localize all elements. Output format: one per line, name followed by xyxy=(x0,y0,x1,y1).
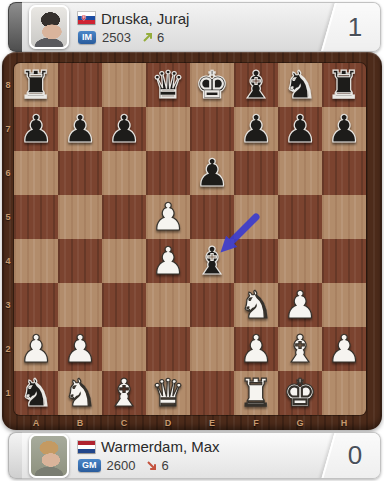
black-rook[interactable]: ♜ xyxy=(19,63,53,107)
black-bishop[interactable]: ♝ xyxy=(239,63,273,107)
square-c2[interactable] xyxy=(102,327,146,371)
file-label-G: G xyxy=(278,415,322,430)
black-pawn[interactable]: ♟ xyxy=(107,107,141,151)
rank-label-5: 5 xyxy=(2,195,14,239)
square-f5[interactable] xyxy=(234,195,278,239)
square-h6[interactable] xyxy=(322,151,366,195)
square-a4[interactable] xyxy=(14,239,58,283)
square-c3[interactable] xyxy=(102,283,146,327)
square-h8[interactable]: ♜ xyxy=(322,63,366,107)
file-label-H: H xyxy=(322,415,366,430)
file-label-B: B xyxy=(58,415,102,430)
square-d6[interactable] xyxy=(146,151,190,195)
black-pawn[interactable]: ♟ xyxy=(195,151,229,195)
square-b2[interactable]: ♟ xyxy=(58,327,102,371)
file-label-F: F xyxy=(234,415,278,430)
rating-down-arrow-icon xyxy=(146,460,158,472)
square-g1[interactable]: ♚ xyxy=(278,371,322,415)
black-pawn[interactable]: ♟ xyxy=(63,107,97,151)
white-king[interactable]: ♚ xyxy=(283,371,317,415)
square-e4[interactable]: ♝ xyxy=(190,239,234,283)
square-e6[interactable]: ♟ xyxy=(190,151,234,195)
scorebox-bottom: 0 xyxy=(316,433,380,478)
rating-top: 2503 xyxy=(102,30,131,45)
player-photo-top xyxy=(29,5,69,49)
rank-label-6: 6 xyxy=(2,151,14,195)
square-a5[interactable] xyxy=(14,195,58,239)
rating-delta-top: 6 xyxy=(157,30,164,45)
square-g5[interactable] xyxy=(278,195,322,239)
square-h2[interactable]: ♟ xyxy=(322,327,366,371)
square-g3[interactable]: ♟ xyxy=(278,283,322,327)
rank-label-7: 7 xyxy=(2,107,14,151)
square-c6[interactable] xyxy=(102,151,146,195)
player-bar-bottom: Warmerdam, Max GM 2600 6 0 xyxy=(8,432,381,479)
file-coordinates: ABCDEFGH xyxy=(14,415,366,430)
square-g6[interactable] xyxy=(278,151,322,195)
square-e3[interactable] xyxy=(190,283,234,327)
slovakia-flag-icon xyxy=(78,12,95,24)
square-b5[interactable] xyxy=(58,195,102,239)
square-g2[interactable]: ♝ xyxy=(278,327,322,371)
square-c4[interactable] xyxy=(102,239,146,283)
square-f1[interactable]: ♜ xyxy=(234,371,278,415)
square-g8[interactable]: ♞ xyxy=(278,63,322,107)
black-queen[interactable]: ♛ xyxy=(151,63,185,107)
player-bar-top-main: Druska, Juraj IM 2503 6 1 xyxy=(22,2,381,52)
black-pawn[interactable]: ♟ xyxy=(19,107,53,151)
square-b1[interactable]: ♞ xyxy=(58,371,102,415)
chess-board[interactable]: 87654321 ♜♛♚♝♞♜♟♟♟♟♟♟♟♟♟♝♞♟♟♟♟♝♟♞♞♝♛♜♚ A… xyxy=(2,52,382,430)
file-label-C: C xyxy=(102,415,146,430)
square-d8[interactable]: ♛ xyxy=(146,63,190,107)
square-d7[interactable] xyxy=(146,107,190,151)
square-e5[interactable] xyxy=(190,195,234,239)
square-d4[interactable]: ♟ xyxy=(146,239,190,283)
file-label-D: D xyxy=(146,415,190,430)
rank-label-4: 4 xyxy=(2,239,14,283)
black-pawn[interactable]: ♟ xyxy=(239,107,273,151)
square-g7[interactable]: ♟ xyxy=(278,107,322,151)
square-e2[interactable] xyxy=(190,327,234,371)
white-color-indicator xyxy=(8,432,22,479)
score-bottom: 0 xyxy=(316,433,380,478)
square-f3[interactable]: ♞ xyxy=(234,283,278,327)
square-e1[interactable] xyxy=(190,371,234,415)
white-bishop[interactable]: ♝ xyxy=(107,371,141,415)
black-pawn[interactable]: ♟ xyxy=(327,107,361,151)
black-rook[interactable]: ♜ xyxy=(327,63,361,107)
player-info-top: Druska, Juraj IM 2503 6 xyxy=(78,10,189,45)
title-badge-top: IM xyxy=(78,31,96,44)
square-e8[interactable]: ♚ xyxy=(190,63,234,107)
black-pawn[interactable]: ♟ xyxy=(283,107,317,151)
white-queen[interactable]: ♛ xyxy=(151,371,185,415)
player-bar-top: Druska, Juraj IM 2503 6 1 xyxy=(8,2,381,52)
white-pawn[interactable]: ♟ xyxy=(327,327,361,371)
rating-bottom: 2600 xyxy=(107,458,136,473)
square-a6[interactable] xyxy=(14,151,58,195)
square-b4[interactable] xyxy=(58,239,102,283)
square-a1[interactable]: ♞ xyxy=(14,371,58,415)
file-label-A: A xyxy=(14,415,58,430)
player-photo-bottom xyxy=(29,434,69,478)
white-knight[interactable]: ♞ xyxy=(63,371,97,415)
square-h3[interactable] xyxy=(322,283,366,327)
white-rook[interactable]: ♜ xyxy=(239,371,273,415)
black-knight[interactable]: ♞ xyxy=(19,371,53,415)
white-bishop[interactable]: ♝ xyxy=(283,327,317,371)
rating-up-arrow-icon xyxy=(142,31,154,43)
white-knight[interactable]: ♞ xyxy=(239,283,273,327)
square-d5[interactable]: ♟ xyxy=(146,195,190,239)
square-d2[interactable] xyxy=(146,327,190,371)
square-e7[interactable] xyxy=(190,107,234,151)
square-a3[interactable] xyxy=(14,283,58,327)
white-pawn[interactable]: ♟ xyxy=(151,239,185,283)
black-bishop[interactable]: ♝ xyxy=(195,239,229,283)
rank-label-2: 2 xyxy=(2,327,14,371)
rank-coordinates: 87654321 xyxy=(2,63,14,415)
square-h7[interactable]: ♟ xyxy=(322,107,366,151)
white-pawn[interactable]: ♟ xyxy=(283,283,317,327)
square-c8[interactable] xyxy=(102,63,146,107)
player-bar-bottom-main: Warmerdam, Max GM 2600 6 0 xyxy=(22,432,381,479)
square-f7[interactable]: ♟ xyxy=(234,107,278,151)
square-g4[interactable] xyxy=(278,239,322,283)
square-c7[interactable]: ♟ xyxy=(102,107,146,151)
square-b7[interactable]: ♟ xyxy=(58,107,102,151)
player-info-bottom: Warmerdam, Max GM 2600 6 xyxy=(78,438,220,473)
square-d3[interactable] xyxy=(146,283,190,327)
rating-delta-bottom: 6 xyxy=(161,458,168,473)
rank-label-8: 8 xyxy=(2,63,14,107)
black-color-indicator xyxy=(8,2,22,52)
square-f2[interactable]: ♟ xyxy=(234,327,278,371)
square-a8[interactable]: ♜ xyxy=(14,63,58,107)
square-f8[interactable]: ♝ xyxy=(234,63,278,107)
player-name-bottom: Warmerdam, Max xyxy=(101,438,220,455)
scorebox-top: 1 xyxy=(316,3,380,51)
black-king[interactable]: ♚ xyxy=(195,63,229,107)
square-b8[interactable] xyxy=(58,63,102,107)
board-grid[interactable]: ♜♛♚♝♞♜♟♟♟♟♟♟♟♟♟♝♞♟♟♟♟♝♟♞♞♝♛♜♚ xyxy=(14,63,366,415)
rank-label-3: 3 xyxy=(2,283,14,327)
square-b3[interactable] xyxy=(58,283,102,327)
square-a2[interactable]: ♟ xyxy=(14,327,58,371)
file-label-E: E xyxy=(190,415,234,430)
square-f6[interactable] xyxy=(234,151,278,195)
square-c5[interactable] xyxy=(102,195,146,239)
black-knight[interactable]: ♞ xyxy=(283,63,317,107)
white-pawn[interactable]: ♟ xyxy=(63,327,97,371)
square-h5[interactable] xyxy=(322,195,366,239)
square-b6[interactable] xyxy=(58,151,102,195)
square-c1[interactable]: ♝ xyxy=(102,371,146,415)
square-f4[interactable] xyxy=(234,239,278,283)
square-a7[interactable]: ♟ xyxy=(14,107,58,151)
white-pawn[interactable]: ♟ xyxy=(239,327,273,371)
chess-broadcast-widget: Druska, Juraj IM 2503 6 1 87654321 ♜♛♚♝♞… xyxy=(0,0,384,481)
score-top: 1 xyxy=(316,3,380,51)
player-name-top: Druska, Juraj xyxy=(101,10,189,27)
title-badge-bottom: GM xyxy=(78,459,101,472)
square-h4[interactable] xyxy=(322,239,366,283)
square-h1[interactable] xyxy=(322,371,366,415)
netherlands-flag-icon xyxy=(78,441,95,453)
square-d1[interactable]: ♛ xyxy=(146,371,190,415)
rank-label-1: 1 xyxy=(2,371,14,415)
white-pawn[interactable]: ♟ xyxy=(19,327,53,371)
white-pawn[interactable]: ♟ xyxy=(151,195,185,239)
